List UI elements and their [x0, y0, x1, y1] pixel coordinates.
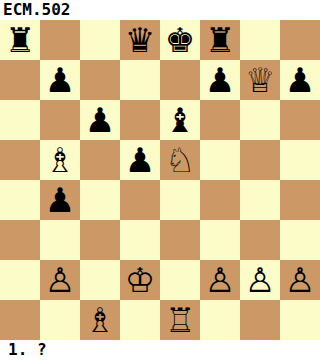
- square-e3[interactable]: [160, 220, 200, 260]
- square-a1[interactable]: [0, 300, 40, 340]
- square-e7[interactable]: [160, 60, 200, 100]
- square-d6[interactable]: [120, 100, 160, 140]
- square-c3[interactable]: [80, 220, 120, 260]
- square-c5[interactable]: [80, 140, 120, 180]
- black-king-icon: ♚: [165, 20, 195, 60]
- square-e4[interactable]: [160, 180, 200, 220]
- diagram-title: ECM.502: [3, 1, 70, 19]
- square-h3[interactable]: [280, 220, 320, 260]
- square-c7[interactable]: [80, 60, 120, 100]
- square-f2[interactable]: ♙: [200, 260, 240, 300]
- square-f4[interactable]: [200, 180, 240, 220]
- square-a2[interactable]: [0, 260, 40, 300]
- square-b8[interactable]: [40, 20, 80, 60]
- black-pawn-icon: ♟: [125, 140, 155, 180]
- square-h5[interactable]: [280, 140, 320, 180]
- square-d5[interactable]: ♟: [120, 140, 160, 180]
- square-d4[interactable]: [120, 180, 160, 220]
- black-queen-icon: ♛: [125, 20, 155, 60]
- square-b3[interactable]: [40, 220, 80, 260]
- square-h8[interactable]: [280, 20, 320, 60]
- square-c8[interactable]: [80, 20, 120, 60]
- square-g7[interactable]: ♕: [240, 60, 280, 100]
- square-d2[interactable]: ♔: [120, 260, 160, 300]
- square-g6[interactable]: [240, 100, 280, 140]
- square-h1[interactable]: [280, 300, 320, 340]
- black-pawn-icon: ♟: [45, 180, 75, 220]
- black-pawn-icon: ♟: [205, 60, 235, 100]
- white-pawn-icon: ♙: [45, 260, 75, 300]
- square-f3[interactable]: [200, 220, 240, 260]
- black-pawn-icon: ♟: [45, 60, 75, 100]
- black-pawn-icon: ♟: [85, 100, 115, 140]
- square-d3[interactable]: [120, 220, 160, 260]
- square-a4[interactable]: [0, 180, 40, 220]
- square-b7[interactable]: ♟: [40, 60, 80, 100]
- square-g3[interactable]: [240, 220, 280, 260]
- white-bishop-icon: ♗: [45, 140, 75, 180]
- black-rook-icon: ♜: [205, 20, 235, 60]
- black-rook-icon: ♜: [5, 20, 35, 60]
- white-rook-icon: ♖: [165, 300, 195, 340]
- square-a3[interactable]: [0, 220, 40, 260]
- white-knight-icon: ♘: [165, 140, 195, 180]
- square-g5[interactable]: [240, 140, 280, 180]
- chess-board: ♜♛♚♜♟♟♕♟♟♝♗♟♘♟♙♔♙♙♙♗♖: [0, 20, 320, 340]
- square-d1[interactable]: [120, 300, 160, 340]
- square-b2[interactable]: ♙: [40, 260, 80, 300]
- white-bishop-icon: ♗: [85, 300, 115, 340]
- square-c2[interactable]: [80, 260, 120, 300]
- white-king-icon: ♔: [125, 260, 155, 300]
- square-g2[interactable]: ♙: [240, 260, 280, 300]
- square-b6[interactable]: [40, 100, 80, 140]
- square-h7[interactable]: ♟: [280, 60, 320, 100]
- white-queen-icon: ♕: [245, 60, 275, 100]
- square-c4[interactable]: [80, 180, 120, 220]
- square-d8[interactable]: ♛: [120, 20, 160, 60]
- square-a7[interactable]: [0, 60, 40, 100]
- diagram-header: ECM.502: [0, 0, 320, 20]
- square-e5[interactable]: ♘: [160, 140, 200, 180]
- diagram-footer: 1. ?: [0, 340, 320, 360]
- square-a5[interactable]: [0, 140, 40, 180]
- square-b4[interactable]: ♟: [40, 180, 80, 220]
- square-f7[interactable]: ♟: [200, 60, 240, 100]
- move-prompt: 1. ?: [8, 341, 47, 359]
- square-a8[interactable]: ♜: [0, 20, 40, 60]
- square-f1[interactable]: [200, 300, 240, 340]
- square-g4[interactable]: [240, 180, 280, 220]
- white-pawn-icon: ♙: [205, 260, 235, 300]
- square-d7[interactable]: [120, 60, 160, 100]
- square-h2[interactable]: ♙: [280, 260, 320, 300]
- square-c1[interactable]: ♗: [80, 300, 120, 340]
- white-pawn-icon: ♙: [245, 260, 275, 300]
- square-b5[interactable]: ♗: [40, 140, 80, 180]
- square-h6[interactable]: [280, 100, 320, 140]
- square-a6[interactable]: [0, 100, 40, 140]
- black-pawn-icon: ♟: [285, 60, 315, 100]
- white-pawn-icon: ♙: [285, 260, 315, 300]
- square-f8[interactable]: ♜: [200, 20, 240, 60]
- black-bishop-icon: ♝: [165, 100, 195, 140]
- square-e8[interactable]: ♚: [160, 20, 200, 60]
- square-e2[interactable]: [160, 260, 200, 300]
- square-f6[interactable]: [200, 100, 240, 140]
- square-g1[interactable]: [240, 300, 280, 340]
- square-h4[interactable]: [280, 180, 320, 220]
- square-e1[interactable]: ♖: [160, 300, 200, 340]
- square-c6[interactable]: ♟: [80, 100, 120, 140]
- square-g8[interactable]: [240, 20, 280, 60]
- square-b1[interactable]: [40, 300, 80, 340]
- square-e6[interactable]: ♝: [160, 100, 200, 140]
- square-f5[interactable]: [200, 140, 240, 180]
